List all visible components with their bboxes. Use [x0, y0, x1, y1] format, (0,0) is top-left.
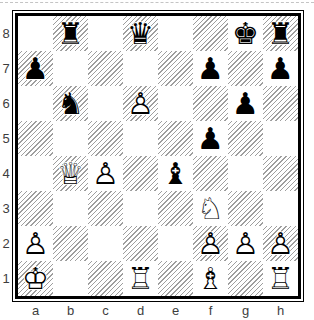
square-a8[interactable] [18, 16, 53, 51]
board-inner-frame: ♜♛♚♜♟♟♟♞♟♙♟♟♛♕♟♙♝♞♘♟♙♟♙♟♙♟♙♚♔♜♖♝♗♜♖ [15, 13, 301, 299]
white-rook: ♜♖ [123, 261, 158, 296]
chess-diagram: 87654321 ♜♛♚♜♟♟♟♞♟♙♟♟♛♕♟♙♝♞♘♟♙♟♙♟♙♟♙♚♔♜♖… [0, 0, 314, 320]
square-e7[interactable] [158, 51, 193, 86]
white-piece-outline-layer: ♙ [22, 226, 49, 261]
square-b6[interactable]: ♞ [53, 86, 88, 121]
square-h1[interactable]: ♜♖ [263, 261, 298, 296]
square-c6[interactable] [88, 86, 123, 121]
white-piece-outline-layer: ♖ [267, 261, 294, 296]
square-e4[interactable]: ♝ [158, 156, 193, 191]
white-piece-outline-layer: ♕ [57, 156, 84, 191]
square-g8[interactable]: ♚ [228, 16, 263, 51]
square-c4[interactable]: ♟♙ [88, 156, 123, 191]
white-pawn: ♟♙ [88, 156, 123, 191]
square-a7[interactable]: ♟ [18, 51, 53, 86]
square-c3[interactable] [88, 191, 123, 226]
square-f1[interactable]: ♝♗ [193, 261, 228, 296]
file-label-d: d [123, 301, 158, 319]
square-h6[interactable] [263, 86, 298, 121]
square-b3[interactable] [53, 191, 88, 226]
square-f6[interactable] [193, 86, 228, 121]
chess-board: ♜♛♚♜♟♟♟♞♟♙♟♟♛♕♟♙♝♞♘♟♙♟♙♟♙♟♙♚♔♜♖♝♗♜♖ [12, 10, 304, 302]
square-a1[interactable]: ♚♔ [18, 261, 53, 296]
rank-label-7: 7 [0, 51, 12, 86]
black-piece-glyph: ♜ [267, 16, 294, 51]
square-g5[interactable] [228, 121, 263, 156]
white-bishop: ♝♗ [193, 261, 228, 296]
white-knight: ♞♘ [193, 191, 228, 226]
square-e6[interactable] [158, 86, 193, 121]
square-b4[interactable]: ♛♕ [53, 156, 88, 191]
file-label-g: g [228, 301, 263, 319]
file-label-f: f [193, 301, 228, 319]
square-d7[interactable] [123, 51, 158, 86]
square-f5[interactable]: ♟ [193, 121, 228, 156]
square-c2[interactable] [88, 226, 123, 261]
white-piece-outline-layer: ♖ [127, 261, 154, 296]
square-f2[interactable]: ♟♙ [193, 226, 228, 261]
square-g1[interactable] [228, 261, 263, 296]
black-piece-glyph: ♞ [57, 86, 84, 121]
black-piece-glyph: ♟ [267, 51, 294, 86]
black-piece-glyph: ♟ [232, 86, 259, 121]
file-label-b: b [53, 301, 88, 319]
black-pawn: ♟ [263, 51, 298, 86]
rank-label-8: 8 [0, 16, 12, 51]
white-pawn: ♟♙ [263, 226, 298, 261]
square-b2[interactable] [53, 226, 88, 261]
square-e3[interactable] [158, 191, 193, 226]
square-c5[interactable] [88, 121, 123, 156]
white-piece-outline-layer: ♘ [197, 191, 224, 226]
square-a5[interactable] [18, 121, 53, 156]
file-label-a: a [18, 301, 53, 319]
black-knight: ♞ [53, 86, 88, 121]
white-pawn: ♟♙ [18, 226, 53, 261]
square-h3[interactable] [263, 191, 298, 226]
white-piece-outline-layer: ♙ [232, 226, 259, 261]
square-h4[interactable] [263, 156, 298, 191]
square-f8[interactable] [193, 16, 228, 51]
square-d3[interactable] [123, 191, 158, 226]
square-a2[interactable]: ♟♙ [18, 226, 53, 261]
square-f4[interactable] [193, 156, 228, 191]
black-piece-glyph: ♟ [22, 51, 49, 86]
square-e2[interactable] [158, 226, 193, 261]
square-d8[interactable]: ♛ [123, 16, 158, 51]
black-rook: ♜ [263, 16, 298, 51]
white-pawn: ♟♙ [228, 226, 263, 261]
black-piece-glyph: ♟ [197, 51, 224, 86]
square-h5[interactable] [263, 121, 298, 156]
square-f3[interactable]: ♞♘ [193, 191, 228, 226]
white-piece-outline-layer: ♙ [267, 226, 294, 261]
square-c7[interactable] [88, 51, 123, 86]
square-h8[interactable]: ♜ [263, 16, 298, 51]
square-b5[interactable] [53, 121, 88, 156]
file-coordinates: abcdefgh [18, 301, 298, 319]
rank-label-6: 6 [0, 86, 12, 121]
black-king: ♚ [228, 16, 263, 51]
square-a4[interactable] [18, 156, 53, 191]
square-g4[interactable] [228, 156, 263, 191]
square-g7[interactable] [228, 51, 263, 86]
square-d5[interactable] [123, 121, 158, 156]
white-piece-outline-layer: ♙ [127, 86, 154, 121]
square-b1[interactable] [53, 261, 88, 296]
white-pawn: ♟♙ [193, 226, 228, 261]
black-bishop: ♝ [158, 156, 193, 191]
square-e5[interactable] [158, 121, 193, 156]
black-pawn: ♟ [193, 121, 228, 156]
square-e1[interactable] [158, 261, 193, 296]
board-outer-frame: ♜♛♚♜♟♟♟♞♟♙♟♟♛♕♟♙♝♞♘♟♙♟♙♟♙♟♙♚♔♜♖♝♗♜♖ [12, 10, 304, 302]
square-d1[interactable]: ♜♖ [123, 261, 158, 296]
square-d6[interactable]: ♟♙ [123, 86, 158, 121]
square-d4[interactable] [123, 156, 158, 191]
square-a3[interactable] [18, 191, 53, 226]
black-pawn: ♟ [18, 51, 53, 86]
square-g6[interactable]: ♟ [228, 86, 263, 121]
square-g3[interactable] [228, 191, 263, 226]
black-piece-glyph: ♚ [232, 16, 259, 51]
white-rook: ♜♖ [263, 261, 298, 296]
white-queen: ♛♕ [53, 156, 88, 191]
black-pawn: ♟ [228, 86, 263, 121]
square-d2[interactable] [123, 226, 158, 261]
file-label-c: c [88, 301, 123, 319]
rank-label-5: 5 [0, 121, 12, 156]
square-c1[interactable] [88, 261, 123, 296]
square-b7[interactable] [53, 51, 88, 86]
square-h7[interactable]: ♟ [263, 51, 298, 86]
file-label-e: e [158, 301, 193, 319]
image-top-border-artifact [0, 2, 314, 3]
black-queen: ♛ [123, 16, 158, 51]
rank-label-3: 3 [0, 191, 12, 226]
board-grid: ♜♛♚♜♟♟♟♞♟♙♟♟♛♕♟♙♝♞♘♟♙♟♙♟♙♟♙♚♔♜♖♝♗♜♖ [18, 16, 298, 296]
black-piece-glyph: ♟ [197, 121, 224, 156]
black-piece-glyph: ♝ [162, 156, 189, 191]
square-g2[interactable]: ♟♙ [228, 226, 263, 261]
square-c8[interactable] [88, 16, 123, 51]
black-rook: ♜ [53, 16, 88, 51]
black-piece-glyph: ♛ [127, 16, 154, 51]
square-e8[interactable] [158, 16, 193, 51]
white-piece-outline-layer: ♔ [22, 261, 49, 296]
square-a6[interactable] [18, 86, 53, 121]
rank-coordinates: 87654321 [0, 16, 12, 296]
rank-label-2: 2 [0, 226, 12, 261]
white-piece-outline-layer: ♙ [92, 156, 119, 191]
white-king: ♚♔ [18, 261, 53, 296]
white-piece-outline-layer: ♙ [197, 226, 224, 261]
square-h2[interactable]: ♟♙ [263, 226, 298, 261]
square-f7[interactable]: ♟ [193, 51, 228, 86]
square-b8[interactable]: ♜ [53, 16, 88, 51]
white-pawn: ♟♙ [123, 86, 158, 121]
rank-label-1: 1 [0, 261, 12, 296]
black-pawn: ♟ [193, 51, 228, 86]
rank-label-4: 4 [0, 156, 12, 191]
white-piece-outline-layer: ♗ [197, 261, 224, 296]
black-piece-glyph: ♜ [57, 16, 84, 51]
file-label-h: h [263, 301, 298, 319]
